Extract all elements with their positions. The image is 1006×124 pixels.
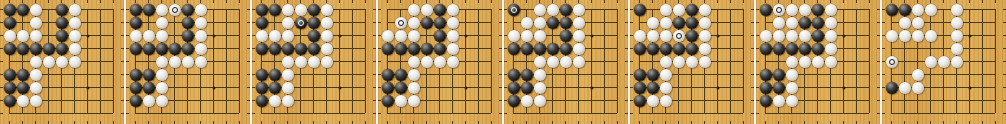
stone-white <box>925 30 937 42</box>
stone-white <box>899 30 911 42</box>
stone-white <box>647 17 659 29</box>
stone-white <box>447 17 459 29</box>
stone-white <box>269 30 281 42</box>
stone-white <box>130 30 142 42</box>
edge-tick <box>765 121 766 124</box>
grid-line <box>604 9 605 113</box>
grid-line <box>213 9 214 113</box>
stone-white <box>295 56 307 68</box>
stone-white <box>408 82 420 94</box>
stone-black <box>886 82 898 94</box>
stone-black <box>182 17 194 29</box>
last-move-marker <box>511 7 517 13</box>
stone-black <box>634 82 646 94</box>
edge-tick <box>856 0 857 3</box>
stone-white <box>69 4 81 16</box>
stone-black <box>56 30 68 42</box>
edge-tick <box>373 9 376 10</box>
grid-line <box>730 9 731 113</box>
edge-tick <box>504 61 507 62</box>
stone-black <box>560 17 572 29</box>
edge-tick <box>756 22 759 23</box>
edge-tick <box>274 121 275 124</box>
stone-white <box>660 17 672 29</box>
edge-tick <box>791 121 792 124</box>
stone-black <box>17 82 29 94</box>
stone-black <box>269 69 281 81</box>
grid-line <box>765 113 869 114</box>
edge-tick <box>565 121 566 124</box>
stone-white <box>951 30 963 42</box>
edge-tick <box>499 22 502 23</box>
stone-black <box>560 43 572 55</box>
grid-line <box>113 9 114 113</box>
stone-white <box>17 30 29 42</box>
edge-tick <box>373 61 376 62</box>
grid-line <box>339 9 340 113</box>
stone-white <box>69 43 81 55</box>
stone-black <box>421 43 433 55</box>
stone-white <box>421 4 433 16</box>
stone-black <box>130 82 142 94</box>
edge-tick <box>61 121 62 124</box>
grid-line <box>491 9 492 113</box>
go-board-6[interactable] <box>630 0 754 124</box>
edge-tick <box>717 121 718 124</box>
edge-tick <box>373 100 376 101</box>
stone-white <box>69 17 81 29</box>
stone-white <box>673 4 685 16</box>
edge-tick <box>869 0 870 3</box>
edge-tick <box>956 121 957 124</box>
stone-white <box>395 30 407 42</box>
stone-white <box>634 30 646 42</box>
stone-white <box>282 69 294 81</box>
stone-black <box>130 95 142 107</box>
edge-tick <box>751 113 754 114</box>
edge-tick <box>465 0 466 3</box>
stone-white <box>647 95 659 107</box>
edge-tick <box>830 121 831 124</box>
stone-white <box>30 82 42 94</box>
grid-line <box>100 9 101 113</box>
grid-line <box>591 9 592 113</box>
edge-tick <box>378 9 381 10</box>
edge-tick <box>751 61 754 62</box>
stone-white <box>825 56 837 68</box>
edge-tick <box>499 100 502 101</box>
edge-tick <box>943 0 944 3</box>
edge-tick <box>247 35 250 36</box>
stone-black <box>17 4 29 16</box>
edge-tick <box>491 0 492 3</box>
stone-black <box>686 43 698 55</box>
stone-black <box>434 4 446 16</box>
stone-black <box>4 43 16 55</box>
stone-white <box>660 30 672 42</box>
hoshi-point <box>338 86 341 89</box>
stone-white <box>573 4 585 16</box>
edge-tick <box>413 121 414 124</box>
edge-tick <box>625 113 628 114</box>
edge-tick <box>630 22 633 23</box>
edge-tick <box>113 0 114 3</box>
stone-white <box>534 82 546 94</box>
edge-tick <box>339 121 340 124</box>
edge-tick <box>717 0 718 3</box>
edge-tick <box>174 121 175 124</box>
edge-tick <box>35 121 36 124</box>
stone-black <box>799 43 811 55</box>
grid-line <box>891 74 995 75</box>
stone-white <box>660 69 672 81</box>
go-board-1[interactable] <box>0 0 124 124</box>
stone-white <box>660 4 672 16</box>
edge-tick <box>751 100 754 101</box>
edge-tick <box>969 0 970 3</box>
stone-white <box>534 56 546 68</box>
stone-white <box>951 4 963 16</box>
edge-tick <box>247 9 250 10</box>
stone-white <box>69 56 81 68</box>
hoshi-point <box>86 34 89 37</box>
edge-tick <box>504 22 507 23</box>
edge-tick <box>439 121 440 124</box>
edge-tick <box>882 74 885 75</box>
stone-white <box>321 4 333 16</box>
stone-black <box>760 95 772 107</box>
edge-tick <box>552 121 553 124</box>
stone-white <box>799 4 811 16</box>
edge-tick <box>678 121 679 124</box>
go-diagram-strip <box>0 0 1006 124</box>
edge-tick <box>869 121 870 124</box>
edge-tick <box>247 100 250 101</box>
stone-black <box>382 82 394 94</box>
stone-white <box>4 30 16 42</box>
edge-tick <box>751 9 754 10</box>
stone-white <box>169 4 181 16</box>
stone-white <box>282 17 294 29</box>
go-board-8[interactable] <box>882 0 1006 124</box>
edge-tick <box>121 9 124 10</box>
stone-white <box>30 95 42 107</box>
stone-black <box>182 4 194 16</box>
stone-black <box>56 4 68 16</box>
edge-tick <box>730 0 731 3</box>
stone-black <box>760 43 772 55</box>
stone-white <box>69 30 81 42</box>
stone-black <box>760 69 772 81</box>
stone-white <box>660 95 672 107</box>
edge-tick <box>804 121 805 124</box>
edge-tick <box>339 0 340 3</box>
stone-white <box>786 17 798 29</box>
stone-black <box>256 4 268 16</box>
edge-tick <box>373 74 376 75</box>
edge-tick <box>326 121 327 124</box>
last-move-marker <box>776 7 782 13</box>
edge-tick <box>378 61 381 62</box>
last-move-marker <box>298 20 304 26</box>
stone-black <box>4 4 16 16</box>
edge-tick <box>504 113 507 114</box>
edge-tick <box>387 0 388 3</box>
edge-tick <box>87 0 88 3</box>
grid-line <box>352 9 353 113</box>
stone-white <box>156 69 168 81</box>
stone-white <box>156 82 168 94</box>
stone-black <box>647 43 659 55</box>
stone-white <box>899 17 911 29</box>
edge-tick <box>877 113 880 114</box>
edge-tick <box>478 121 479 124</box>
stone-black <box>143 43 155 55</box>
stone-black <box>382 43 394 55</box>
stone-white <box>534 17 546 29</box>
stone-white <box>256 30 268 42</box>
stone-white <box>886 30 898 42</box>
stone-white <box>321 43 333 55</box>
stone-white <box>195 17 207 29</box>
stone-black <box>634 43 646 55</box>
edge-tick <box>578 121 579 124</box>
edge-tick <box>604 0 605 3</box>
stone-black <box>560 4 572 16</box>
stone-white <box>408 30 420 42</box>
stone-black <box>886 4 898 16</box>
edge-tick <box>226 121 227 124</box>
edge-tick <box>213 121 214 124</box>
edge-tick <box>213 0 214 3</box>
grid-line <box>891 113 995 114</box>
go-board-3[interactable] <box>252 0 376 124</box>
stone-black <box>43 43 55 55</box>
edge-tick <box>373 22 376 23</box>
stone-black <box>521 82 533 94</box>
edge-tick <box>743 0 744 3</box>
stone-black <box>295 43 307 55</box>
grid-line <box>617 9 618 113</box>
edge-tick <box>877 9 880 10</box>
edge-tick <box>751 48 754 49</box>
stone-black <box>434 17 446 29</box>
stone-white <box>195 56 207 68</box>
stone-black <box>547 17 559 29</box>
go-board-5[interactable] <box>504 0 628 124</box>
grid-line <box>969 9 970 113</box>
stone-white <box>521 17 533 29</box>
go-board-7[interactable] <box>756 0 880 124</box>
edge-tick <box>426 121 427 124</box>
stone-white <box>786 30 798 42</box>
hoshi-point <box>212 86 215 89</box>
stone-white <box>786 82 798 94</box>
stone-white <box>282 56 294 68</box>
edge-tick <box>591 121 592 124</box>
edge-tick <box>121 22 124 23</box>
stone-white <box>295 4 307 16</box>
edge-tick <box>247 22 250 23</box>
stone-black <box>547 43 559 55</box>
stone-white <box>321 17 333 29</box>
stone-white <box>560 56 572 68</box>
edge-tick <box>252 113 255 114</box>
stone-white <box>699 4 711 16</box>
edge-tick <box>121 35 124 36</box>
grid-line <box>982 9 983 113</box>
edge-tick <box>625 48 628 49</box>
edge-tick <box>877 61 880 62</box>
grid-line <box>465 9 466 113</box>
edge-tick <box>365 121 366 124</box>
edge-tick <box>843 121 844 124</box>
stone-white <box>382 30 394 42</box>
edge-tick <box>161 121 162 124</box>
stone-white <box>773 17 785 29</box>
stone-black <box>256 17 268 29</box>
stone-black <box>30 43 42 55</box>
edge-tick <box>121 48 124 49</box>
edge-tick <box>930 121 931 124</box>
stone-black <box>812 4 824 16</box>
grid-line <box>387 113 491 114</box>
edge-tick <box>751 87 754 88</box>
edge-tick <box>917 121 918 124</box>
stone-black <box>382 95 394 107</box>
stone-black <box>760 82 772 94</box>
stone-white <box>282 30 294 42</box>
stone-white <box>673 30 685 42</box>
stone-white <box>660 82 672 94</box>
stone-white <box>182 56 194 68</box>
stone-white <box>773 30 785 42</box>
grid-line <box>226 9 227 113</box>
edge-tick <box>625 87 628 88</box>
stone-white <box>547 4 559 16</box>
edge-tick <box>300 121 301 124</box>
stone-white <box>195 4 207 16</box>
stone-white <box>925 56 937 68</box>
stone-black <box>56 17 68 29</box>
stone-white <box>395 95 407 107</box>
edge-tick <box>0 61 3 62</box>
hoshi-point <box>338 34 341 37</box>
hoshi-point <box>968 34 971 37</box>
stone-white <box>925 4 937 16</box>
stone-black <box>508 69 520 81</box>
edge-tick <box>843 0 844 3</box>
stone-white <box>534 30 546 42</box>
grid-line <box>869 9 870 113</box>
edge-tick <box>478 0 479 3</box>
stone-white <box>156 4 168 16</box>
stone-black <box>686 30 698 42</box>
stone-white <box>30 56 42 68</box>
stone-white <box>30 4 42 16</box>
stone-black <box>521 69 533 81</box>
edge-tick <box>882 100 885 101</box>
stone-white <box>408 95 420 107</box>
stone-black <box>634 69 646 81</box>
stone-white <box>30 30 42 42</box>
edge-tick <box>877 87 880 88</box>
stone-white <box>521 95 533 107</box>
stone-black <box>686 4 698 16</box>
edge-tick <box>877 48 880 49</box>
stone-white <box>534 4 546 16</box>
stone-black <box>256 95 268 107</box>
edge-tick <box>352 121 353 124</box>
stone-white <box>156 17 168 29</box>
edge-tick <box>982 121 983 124</box>
stone-black <box>773 69 785 81</box>
edge-tick <box>48 121 49 124</box>
edge-tick <box>982 0 983 3</box>
stone-white <box>282 4 294 16</box>
grid-line <box>478 9 479 113</box>
edge-tick <box>652 121 653 124</box>
stone-white <box>699 56 711 68</box>
stone-white <box>660 56 672 68</box>
stone-white <box>699 30 711 42</box>
stone-white <box>17 95 29 107</box>
edge-tick <box>877 100 880 101</box>
edge-tick <box>882 22 885 23</box>
stone-black <box>382 69 394 81</box>
edge-tick <box>313 121 314 124</box>
edge-tick <box>904 121 905 124</box>
edge-tick <box>499 61 502 62</box>
edge-tick <box>100 121 101 124</box>
stone-white <box>899 82 911 94</box>
stone-black <box>282 43 294 55</box>
go-board-2[interactable] <box>126 0 250 124</box>
stone-black <box>773 43 785 55</box>
stone-white <box>760 30 772 42</box>
edge-tick <box>604 121 605 124</box>
hoshi-point <box>716 34 719 37</box>
stone-white <box>673 56 685 68</box>
hoshi-point <box>464 34 467 37</box>
stone-black <box>521 43 533 55</box>
go-board-4[interactable] <box>378 0 502 124</box>
edge-tick <box>539 121 540 124</box>
edge-tick <box>630 61 633 62</box>
last-move-marker <box>398 20 404 26</box>
edge-tick <box>373 35 376 36</box>
edge-tick <box>373 87 376 88</box>
edge-tick <box>513 121 514 124</box>
edge-tick <box>617 0 618 3</box>
edge-tick <box>200 121 201 124</box>
edge-tick <box>74 121 75 124</box>
stone-black <box>130 43 142 55</box>
edge-tick <box>113 121 114 124</box>
grid-line <box>856 9 857 113</box>
last-move-marker <box>172 7 178 13</box>
stone-white <box>799 30 811 42</box>
edge-tick <box>239 121 240 124</box>
grid-line <box>995 9 996 113</box>
stone-black <box>508 82 520 94</box>
stone-white <box>282 95 294 107</box>
edge-tick <box>378 22 381 23</box>
stone-white <box>156 56 168 68</box>
stone-white <box>421 56 433 68</box>
hoshi-point <box>464 86 467 89</box>
stone-white <box>812 56 824 68</box>
